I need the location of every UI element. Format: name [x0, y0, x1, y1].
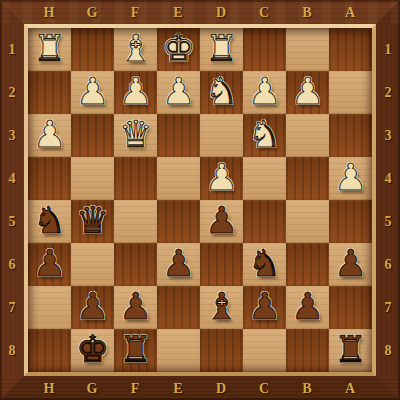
square-f1[interactable]: ♝ — [114, 28, 157, 71]
square-b5[interactable] — [286, 200, 329, 243]
square-d3[interactable] — [200, 114, 243, 157]
square-g4[interactable] — [71, 157, 114, 200]
square-g2[interactable]: ♟ — [71, 71, 114, 114]
black-pawn[interactable]: ♟ — [205, 202, 238, 239]
square-a3[interactable] — [329, 114, 372, 157]
square-f6[interactable] — [114, 243, 157, 286]
black-pawn[interactable]: ♟ — [334, 245, 367, 282]
square-c3[interactable]: ♞ — [243, 114, 286, 157]
black-pawn[interactable]: ♟ — [76, 288, 109, 325]
square-a7[interactable] — [329, 286, 372, 329]
square-f2[interactable]: ♟ — [114, 71, 157, 114]
board-grid: ♜♝♚♜♟♟♟♞♟♟♟♛♞♟♟♞♛♟♟♟♞♟♟♟♝♟♟♚♜♜ — [28, 28, 372, 372]
square-h2[interactable] — [28, 71, 71, 114]
square-c4[interactable] — [243, 157, 286, 200]
square-f4[interactable] — [114, 157, 157, 200]
white-pawn[interactable]: ♟ — [119, 73, 152, 110]
square-c1[interactable] — [243, 28, 286, 71]
square-b7[interactable]: ♟ — [286, 286, 329, 329]
square-a8[interactable]: ♜ — [329, 329, 372, 372]
square-d4[interactable]: ♟ — [200, 157, 243, 200]
square-d2[interactable]: ♞ — [200, 71, 243, 114]
square-a4[interactable]: ♟ — [329, 157, 372, 200]
square-d7[interactable]: ♝ — [200, 286, 243, 329]
black-bishop[interactable]: ♝ — [205, 288, 238, 325]
square-a5[interactable] — [329, 200, 372, 243]
white-pawn[interactable]: ♟ — [76, 73, 109, 110]
white-king[interactable]: ♚ — [162, 30, 195, 67]
square-d6[interactable] — [200, 243, 243, 286]
square-a6[interactable]: ♟ — [329, 243, 372, 286]
square-b6[interactable] — [286, 243, 329, 286]
black-knight[interactable]: ♞ — [33, 202, 66, 239]
square-a2[interactable] — [329, 71, 372, 114]
square-g6[interactable] — [71, 243, 114, 286]
square-e5[interactable] — [157, 200, 200, 243]
square-h4[interactable] — [28, 157, 71, 200]
square-g5[interactable]: ♛ — [71, 200, 114, 243]
square-d8[interactable] — [200, 329, 243, 372]
square-f5[interactable] — [114, 200, 157, 243]
black-king[interactable]: ♚ — [76, 331, 109, 368]
square-a1[interactable] — [329, 28, 372, 71]
square-e2[interactable]: ♟ — [157, 71, 200, 114]
square-h7[interactable] — [28, 286, 71, 329]
white-pawn[interactable]: ♟ — [162, 73, 195, 110]
white-pawn[interactable]: ♟ — [33, 116, 66, 153]
white-rook[interactable]: ♜ — [205, 30, 238, 67]
white-pawn[interactable]: ♟ — [248, 73, 281, 110]
white-rook[interactable]: ♜ — [33, 30, 66, 67]
square-f3[interactable]: ♛ — [114, 114, 157, 157]
square-b3[interactable] — [286, 114, 329, 157]
square-b8[interactable] — [286, 329, 329, 372]
square-h6[interactable]: ♟ — [28, 243, 71, 286]
square-d5[interactable]: ♟ — [200, 200, 243, 243]
square-h8[interactable] — [28, 329, 71, 372]
white-queen[interactable]: ♛ — [119, 116, 152, 153]
square-b2[interactable]: ♟ — [286, 71, 329, 114]
square-e6[interactable]: ♟ — [157, 243, 200, 286]
square-b1[interactable] — [286, 28, 329, 71]
square-c6[interactable]: ♞ — [243, 243, 286, 286]
square-d1[interactable]: ♜ — [200, 28, 243, 71]
board-bevel: ♜♝♚♜♟♟♟♞♟♟♟♛♞♟♟♞♛♟♟♟♞♟♟♟♝♟♟♚♜♜ — [24, 24, 376, 376]
chess-board-app: HGFEDCBA HGFEDCBA 12345678 12345678 ♜♝♚♜… — [0, 0, 400, 400]
square-b4[interactable] — [286, 157, 329, 200]
black-pawn[interactable]: ♟ — [162, 245, 195, 282]
square-c5[interactable] — [243, 200, 286, 243]
square-e8[interactable] — [157, 329, 200, 372]
square-c2[interactable]: ♟ — [243, 71, 286, 114]
black-rook[interactable]: ♜ — [334, 331, 367, 368]
square-e3[interactable] — [157, 114, 200, 157]
black-pawn[interactable]: ♟ — [248, 288, 281, 325]
black-knight[interactable]: ♞ — [248, 245, 281, 282]
square-h3[interactable]: ♟ — [28, 114, 71, 157]
square-g7[interactable]: ♟ — [71, 286, 114, 329]
square-f8[interactable]: ♜ — [114, 329, 157, 372]
black-queen[interactable]: ♛ — [76, 202, 109, 239]
white-knight[interactable]: ♞ — [205, 73, 238, 110]
square-h1[interactable]: ♜ — [28, 28, 71, 71]
white-pawn[interactable]: ♟ — [291, 73, 324, 110]
square-g1[interactable] — [71, 28, 114, 71]
black-pawn[interactable]: ♟ — [291, 288, 324, 325]
square-f7[interactable]: ♟ — [114, 286, 157, 329]
black-pawn[interactable]: ♟ — [119, 288, 152, 325]
square-e4[interactable] — [157, 157, 200, 200]
white-pawn[interactable]: ♟ — [334, 159, 367, 196]
black-rook[interactable]: ♜ — [119, 331, 152, 368]
square-e7[interactable] — [157, 286, 200, 329]
square-g8[interactable]: ♚ — [71, 329, 114, 372]
white-pawn[interactable]: ♟ — [205, 159, 238, 196]
square-g3[interactable] — [71, 114, 114, 157]
square-c7[interactable]: ♟ — [243, 286, 286, 329]
black-pawn[interactable]: ♟ — [33, 245, 66, 282]
square-h5[interactable]: ♞ — [28, 200, 71, 243]
white-knight[interactable]: ♞ — [248, 116, 281, 153]
square-c8[interactable] — [243, 329, 286, 372]
square-e1[interactable]: ♚ — [157, 28, 200, 71]
white-bishop[interactable]: ♝ — [119, 30, 152, 67]
